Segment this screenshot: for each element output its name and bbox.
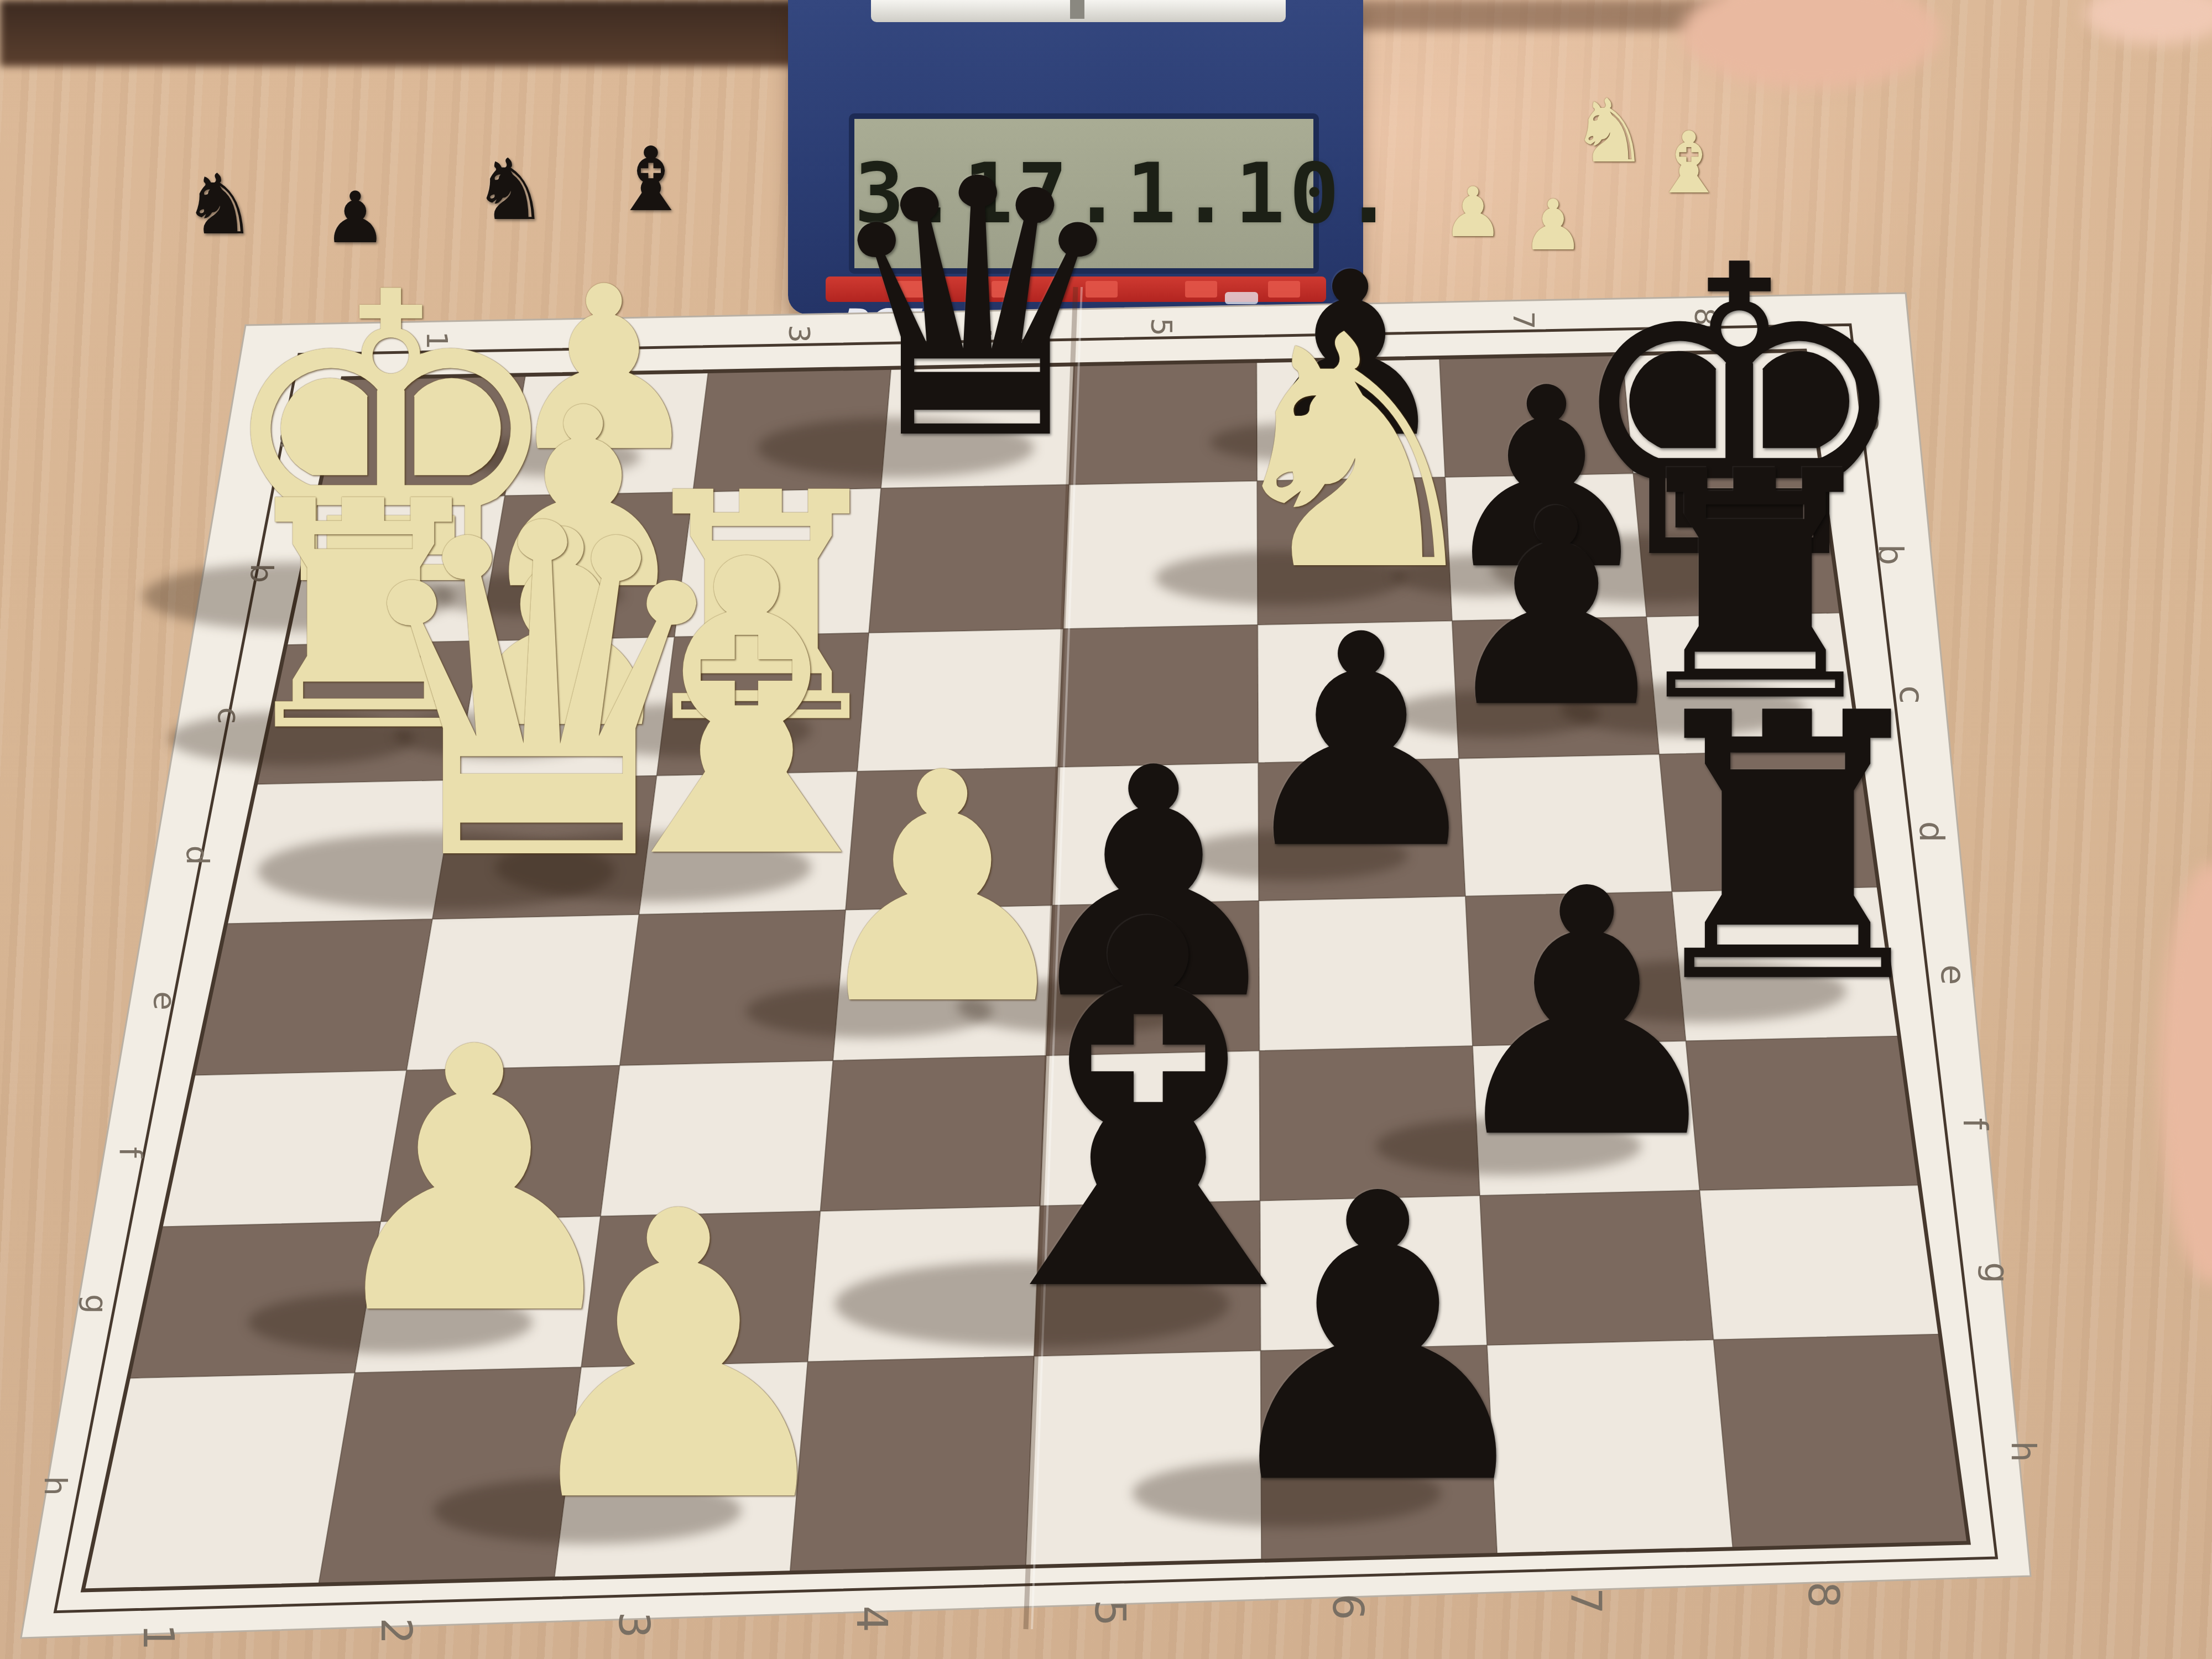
rank-label-bottom-8: 8 — [1799, 1582, 1848, 1608]
rank-label-bottom-4: 4 — [847, 1605, 896, 1632]
rank-label-bottom-7: 7 — [1561, 1588, 1610, 1614]
photo-scene: { "game": "chess", "scene_note": "over-t… — [0, 0, 2212, 1659]
piece-white-pawn-h3: ♟ — [481, 1161, 876, 1556]
rank-label-bottom-3: 3 — [609, 1611, 659, 1638]
file-label-left-f: f — [113, 1147, 149, 1159]
captured-black-knight: ♞ — [473, 148, 548, 232]
piece-black-pawn-h6: ♟ — [1180, 1143, 1575, 1538]
captured-white-pawn: ♟ — [1522, 191, 1584, 260]
file-label-left-d: d — [180, 846, 216, 865]
file-label-left-e: e — [147, 991, 183, 1010]
file-label-right-g: g — [1978, 1262, 2016, 1283]
rank-label-bottom-1: 1 — [134, 1624, 183, 1650]
rank-label-bottom-2: 2 — [372, 1618, 421, 1644]
rank-label-bottom-6: 6 — [1323, 1594, 1373, 1620]
file-label-right-f: f — [1955, 1118, 1994, 1131]
captured-black-bishop: ♝ — [611, 135, 690, 224]
captured-white-bishop: ♝ — [1651, 121, 1727, 206]
square-h8 — [1714, 1334, 1969, 1549]
captured-white-pawn: ♟ — [1442, 178, 1504, 247]
captured-black-knight: ♞ — [182, 163, 257, 246]
file-label-left-h: h — [38, 1476, 74, 1496]
file-label-right-h: h — [2004, 1441, 2043, 1462]
rank-label-bottom-5: 5 — [1086, 1600, 1135, 1626]
captured-black-pawn: ♟ — [324, 182, 387, 253]
file-label-left-g: g — [79, 1294, 114, 1314]
captured-white-knight: ♞ — [1571, 87, 1649, 175]
